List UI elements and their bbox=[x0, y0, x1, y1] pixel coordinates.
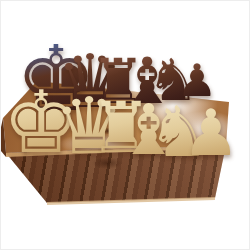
product-photo-chess-set[interactable]: ♚♛♜♝♞♟♚♛♜♝♞♟ bbox=[0, 0, 250, 250]
pieces-layer: ♚♛♜♝♞♟♚♛♜♝♞♟ bbox=[1, 1, 249, 249]
light-pawn-piece: ♟ bbox=[182, 101, 239, 165]
